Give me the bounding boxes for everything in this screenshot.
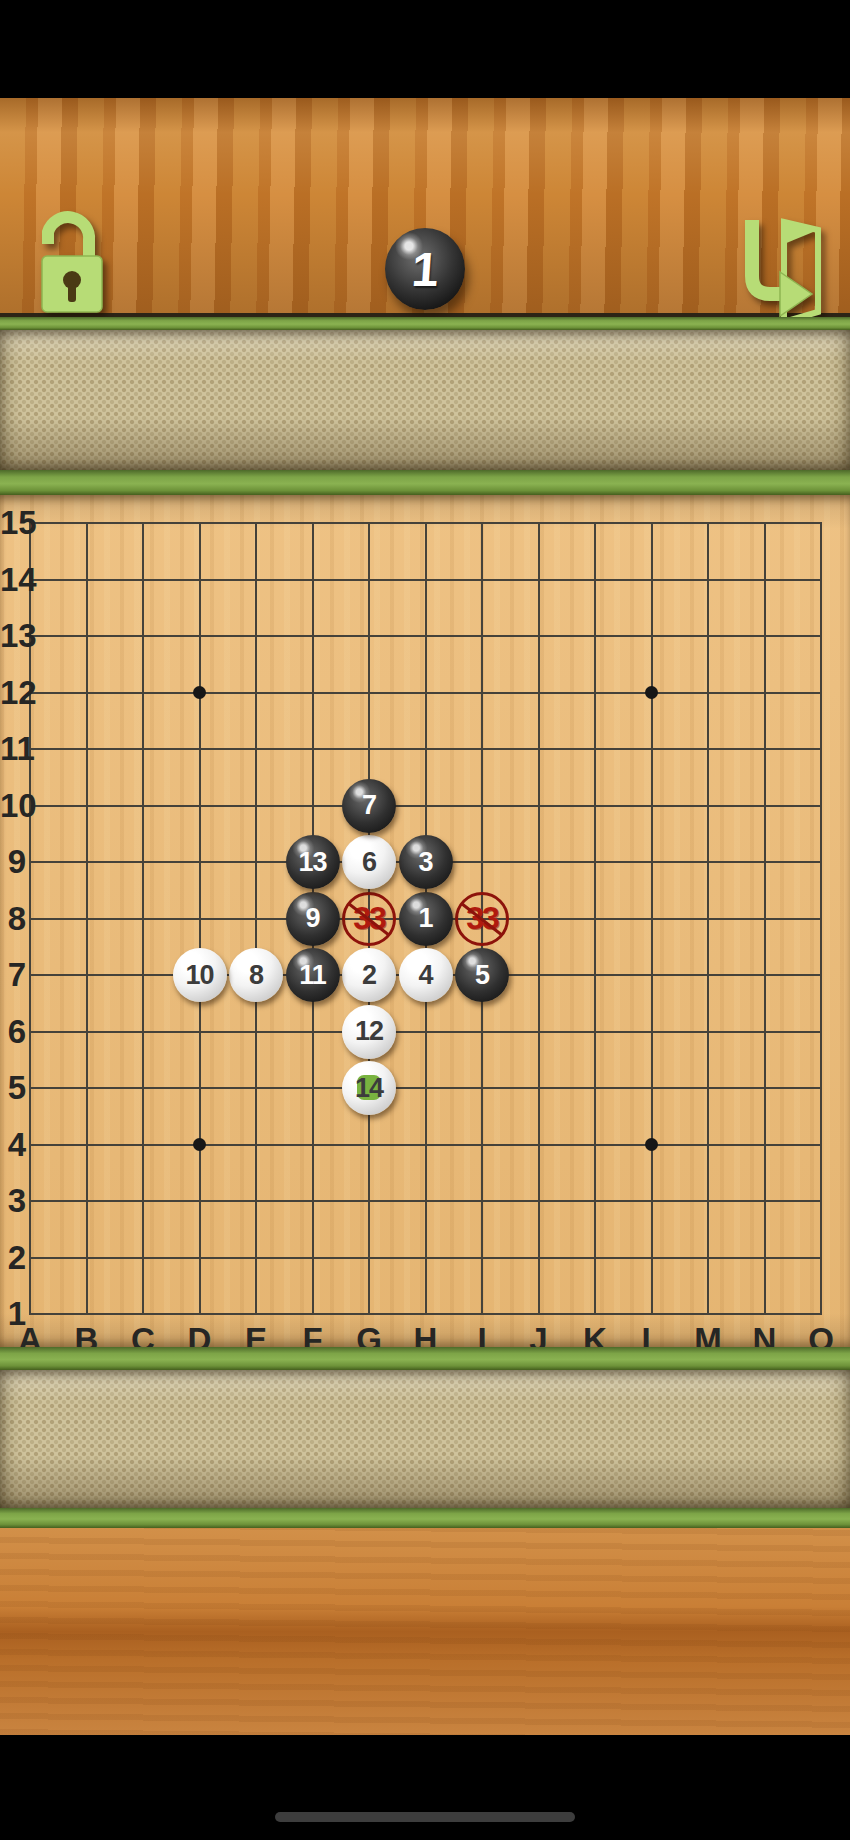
stone-move-6-G9: 6	[342, 835, 396, 889]
stone-move-11-F7: 11	[286, 948, 340, 1002]
forbidden-mark-G8: 33	[342, 892, 396, 946]
row-label: 10	[0, 789, 26, 823]
stone-move-number: 10	[185, 960, 213, 991]
stone-move-5-I7: 5	[455, 948, 509, 1002]
grid-line-horizontal	[29, 1087, 822, 1089]
grid-line-vertical	[820, 522, 822, 1315]
stone-move-2-G7: 2	[342, 948, 396, 1002]
divider-bar-above-board	[0, 470, 850, 495]
row-label: 6	[0, 1015, 26, 1049]
grid-line-horizontal	[29, 1031, 822, 1033]
stone-move-number: 11	[299, 960, 326, 991]
row-label: 3	[0, 1184, 26, 1218]
grid-line-horizontal	[29, 1257, 822, 1259]
grid-line-horizontal	[29, 1200, 822, 1202]
stone-move-number: 1	[418, 903, 432, 934]
exit-button[interactable]	[736, 214, 824, 330]
stone-move-number: 13	[298, 847, 326, 878]
grid-line-vertical	[651, 522, 653, 1315]
grid-line-horizontal	[29, 1144, 822, 1146]
row-label: 9	[0, 845, 26, 879]
status-bar	[0, 0, 850, 98]
star-point	[193, 1138, 206, 1151]
row-label: 5	[0, 1071, 26, 1105]
app-header: 1 EcstaticBet8 VS 하자마와카코	[0, 98, 850, 317]
stone-move-number: 8	[249, 960, 263, 991]
divider-bar-bottom	[0, 1508, 850, 1528]
forbidden-mark-label: 33	[466, 900, 498, 937]
game-board[interactable]: 15A14B13C12D11E10F9G8H7I6J5K4L3M2N1O3333…	[0, 495, 850, 1347]
forbidden-mark-label: 33	[353, 900, 385, 937]
row-label: 11	[0, 732, 26, 766]
row-label: 8	[0, 902, 26, 936]
stone-move-12-G6: 12	[342, 1005, 396, 1059]
star-point	[193, 686, 206, 699]
stone-move-number: 9	[305, 903, 319, 934]
stone-move-8-E7: 8	[229, 948, 283, 1002]
stone-move-number: 4	[418, 960, 432, 991]
stone-move-number: 12	[355, 1016, 383, 1047]
stone-move-9-F8: 9	[286, 892, 340, 946]
stone-move-number: 5	[475, 960, 489, 991]
star-point	[645, 1138, 658, 1151]
grid-line-vertical	[538, 522, 540, 1315]
footer	[0, 1735, 850, 1840]
row-label: 7	[0, 958, 26, 992]
divider-bar-top	[0, 317, 850, 330]
stone-move-3-H9: 3	[399, 835, 453, 889]
divider-bar-below-board	[0, 1347, 850, 1370]
stone-move-7-G10: 7	[342, 779, 396, 833]
grid-line-vertical	[707, 522, 709, 1315]
stone-move-number: 7	[362, 790, 376, 821]
row-label: 12	[0, 676, 26, 710]
stone-move-number: 2	[362, 960, 376, 991]
stone-move-10-D7: 10	[173, 948, 227, 1002]
row-label: 15	[0, 506, 26, 540]
forbidden-mark-I8: 33	[455, 892, 509, 946]
stone-move-14-G5: 14	[342, 1061, 396, 1115]
move-number-badge-label: 1	[410, 242, 441, 297]
row-label: 14	[0, 563, 26, 597]
stone-move-number: 14	[355, 1073, 383, 1104]
row-label: 4	[0, 1128, 26, 1162]
stone-move-number: 3	[418, 847, 432, 878]
grid-line-vertical	[764, 522, 766, 1315]
upper-panel	[0, 330, 850, 470]
stone-move-number: 6	[362, 847, 376, 878]
move-number-badge: 1	[385, 228, 465, 310]
row-label: 2	[0, 1241, 26, 1275]
home-indicator[interactable]	[275, 1812, 575, 1822]
app-root: 1 EcstaticBet8 VS 하자마와카코 15A14B13C12D11E…	[0, 0, 850, 1840]
grid-line-horizontal	[29, 1313, 822, 1315]
lock-button[interactable]	[34, 206, 110, 322]
row-label: 1	[0, 1297, 26, 1331]
star-point	[645, 686, 658, 699]
grid-line-vertical	[594, 522, 596, 1315]
nav-bar: 14/16	[0, 1528, 850, 1735]
stone-move-1-H8: 1	[399, 892, 453, 946]
lower-panel	[0, 1370, 850, 1508]
row-label: 13	[0, 619, 26, 653]
stone-move-4-H7: 4	[399, 948, 453, 1002]
stone-move-13-F9: 13	[286, 835, 340, 889]
